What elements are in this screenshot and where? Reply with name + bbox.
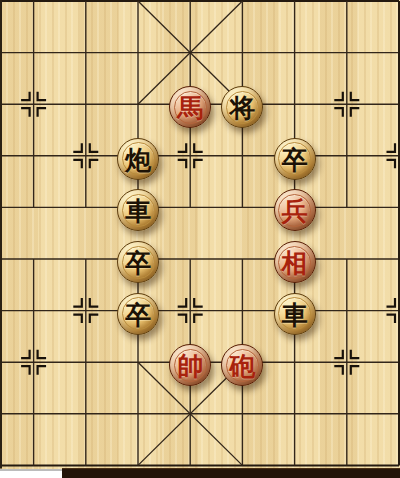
piece-black-soldier[interactable]: 卒 <box>117 241 159 283</box>
piece-black-chariot[interactable]: 車 <box>274 293 316 335</box>
piece-character: 炮 <box>125 147 151 173</box>
piece-red-soldier[interactable]: 兵 <box>274 189 316 231</box>
piece-character: 馬 <box>177 95 203 121</box>
piece-character: 卒 <box>125 250 151 276</box>
piece-character: 兵 <box>282 198 308 224</box>
piece-character: 卒 <box>282 147 308 173</box>
piece-character: 車 <box>125 198 151 224</box>
piece-character: 車 <box>282 302 308 328</box>
piece-character: 相 <box>282 250 308 276</box>
piece-character: 砲 <box>229 353 255 379</box>
piece-character: 将 <box>229 95 255 121</box>
piece-red-elephant[interactable]: 相 <box>274 241 316 283</box>
piece-black-cannon[interactable]: 炮 <box>117 138 159 180</box>
piece-black-soldier[interactable]: 卒 <box>274 138 316 180</box>
piece-character: 帥 <box>177 353 203 379</box>
xiangqi-board[interactable]: 馬将炮卒車兵卒相卒車帥砲 <box>0 0 400 478</box>
piece-character: 卒 <box>125 302 151 328</box>
page-bottom-left-corner <box>0 469 62 478</box>
piece-black-soldier[interactable]: 卒 <box>117 293 159 335</box>
board-grid-lines <box>0 0 400 478</box>
board-bottom-edge <box>62 468 400 478</box>
